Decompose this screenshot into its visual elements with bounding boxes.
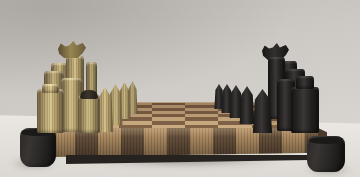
black-army-shadow: [224, 111, 324, 125]
white-army-shadow: [36, 114, 140, 127]
board-foot-left: [20, 128, 56, 167]
chess-set-photo: [0, 0, 360, 177]
board-front-face: [52, 128, 318, 157]
board-foot-right: [307, 136, 345, 172]
